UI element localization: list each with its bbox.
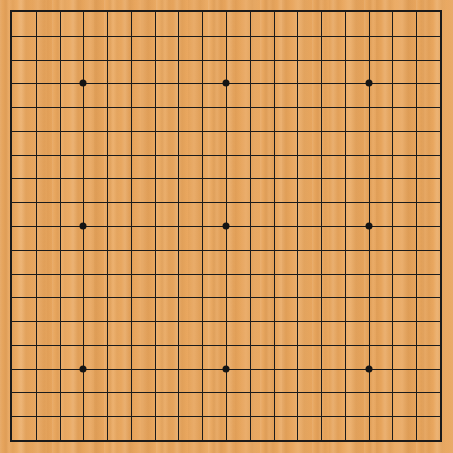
board-cell[interactable] [36, 131, 60, 155]
board-cell[interactable] [131, 131, 155, 155]
board-cell[interactable] [178, 83, 202, 107]
board-cell[interactable] [107, 202, 131, 226]
board-cell[interactable] [321, 416, 345, 440]
board-cell[interactable] [36, 36, 60, 60]
board-cell[interactable] [297, 369, 321, 393]
board-cell[interactable] [345, 155, 369, 179]
board-cell[interactable] [226, 369, 250, 393]
board-cell[interactable] [297, 60, 321, 84]
board-cell[interactable] [107, 178, 131, 202]
board-cell[interactable] [202, 60, 226, 84]
board-cell[interactable] [178, 60, 202, 84]
board-cell[interactable] [392, 60, 416, 84]
board-cell[interactable] [321, 12, 345, 36]
board-cell[interactable] [392, 226, 416, 250]
board-cell[interactable] [12, 392, 36, 416]
board-cell[interactable] [202, 202, 226, 226]
board-cell[interactable] [36, 202, 60, 226]
board-cell[interactable] [321, 107, 345, 131]
board-cell[interactable] [274, 274, 298, 298]
board-cell[interactable] [392, 178, 416, 202]
board-cell[interactable] [83, 274, 107, 298]
board-cell[interactable] [226, 297, 250, 321]
board-cell[interactable] [202, 83, 226, 107]
board-cell[interactable] [131, 36, 155, 60]
board-cell[interactable] [250, 345, 274, 369]
board-cell[interactable] [416, 274, 440, 298]
board-cell[interactable] [155, 60, 179, 84]
board-cell[interactable] [416, 345, 440, 369]
board-cell[interactable] [107, 250, 131, 274]
board-cell[interactable] [369, 202, 393, 226]
board-cell[interactable] [36, 107, 60, 131]
board-cell[interactable] [369, 83, 393, 107]
board-cell[interactable] [416, 60, 440, 84]
board-cell[interactable] [297, 12, 321, 36]
board-cell[interactable] [131, 369, 155, 393]
board-cell[interactable] [321, 202, 345, 226]
board-cell[interactable] [155, 226, 179, 250]
board-cell[interactable] [416, 178, 440, 202]
board-cell[interactable] [60, 83, 84, 107]
board-cell[interactable] [202, 155, 226, 179]
board-cell[interactable] [36, 60, 60, 84]
board-cell[interactable] [83, 131, 107, 155]
board-cell[interactable] [416, 155, 440, 179]
board-cell[interactable] [83, 12, 107, 36]
board-cell[interactable] [131, 226, 155, 250]
board-cell[interactable] [178, 36, 202, 60]
go-board[interactable] [0, 0, 453, 453]
board-cell[interactable] [202, 345, 226, 369]
board-cell[interactable] [83, 107, 107, 131]
board-cell[interactable] [297, 226, 321, 250]
board-cell[interactable] [297, 155, 321, 179]
board-cell[interactable] [12, 345, 36, 369]
board-cell[interactable] [297, 36, 321, 60]
board-cell[interactable] [12, 416, 36, 440]
board-cell[interactable] [321, 250, 345, 274]
board-cell[interactable] [416, 107, 440, 131]
board-cell[interactable] [369, 369, 393, 393]
board-cell[interactable] [155, 321, 179, 345]
board-cell[interactable] [250, 321, 274, 345]
board-cell[interactable] [345, 321, 369, 345]
board-cell[interactable] [131, 416, 155, 440]
board-cell[interactable] [60, 12, 84, 36]
board-cell[interactable] [369, 345, 393, 369]
board-cell[interactable] [12, 155, 36, 179]
board-cell[interactable] [131, 60, 155, 84]
board-cell[interactable] [345, 369, 369, 393]
board-cell[interactable] [321, 321, 345, 345]
board-cell[interactable] [274, 178, 298, 202]
board-cell[interactable] [274, 392, 298, 416]
board-cell[interactable] [274, 36, 298, 60]
board-cell[interactable] [369, 155, 393, 179]
board-cell[interactable] [107, 369, 131, 393]
board-cell[interactable] [155, 36, 179, 60]
board-cell[interactable] [83, 155, 107, 179]
board-cell[interactable] [155, 155, 179, 179]
board-cell[interactable] [60, 107, 84, 131]
board-cell[interactable] [155, 83, 179, 107]
board-cell[interactable] [392, 107, 416, 131]
board-cell[interactable] [250, 202, 274, 226]
board-cell[interactable] [36, 321, 60, 345]
board-cell[interactable] [178, 274, 202, 298]
board-cell[interactable] [12, 83, 36, 107]
board-cell[interactable] [12, 131, 36, 155]
board-cell[interactable] [155, 274, 179, 298]
board-cell[interactable] [178, 155, 202, 179]
board-cell[interactable] [155, 297, 179, 321]
board-cell[interactable] [83, 369, 107, 393]
board-cell[interactable] [321, 274, 345, 298]
board-cell[interactable] [369, 392, 393, 416]
board-cell[interactable] [226, 392, 250, 416]
board-cell[interactable] [250, 36, 274, 60]
board-cell[interactable] [297, 131, 321, 155]
board-cell[interactable] [83, 392, 107, 416]
board-cell[interactable] [107, 155, 131, 179]
board-cell[interactable] [83, 36, 107, 60]
board-cell[interactable] [178, 202, 202, 226]
board-cell[interactable] [155, 416, 179, 440]
board-cell[interactable] [226, 250, 250, 274]
board-cell[interactable] [36, 416, 60, 440]
board-cell[interactable] [250, 107, 274, 131]
board-cell[interactable] [297, 345, 321, 369]
board-cell[interactable] [392, 36, 416, 60]
board-cell[interactable] [297, 83, 321, 107]
board-cell[interactable] [155, 107, 179, 131]
board-cell[interactable] [345, 202, 369, 226]
board-cell[interactable] [107, 392, 131, 416]
board-cell[interactable] [321, 155, 345, 179]
board-cell[interactable] [416, 250, 440, 274]
board-cell[interactable] [274, 297, 298, 321]
board-cell[interactable] [155, 369, 179, 393]
board-cell[interactable] [107, 321, 131, 345]
board-cell[interactable] [107, 226, 131, 250]
board-cell[interactable] [274, 12, 298, 36]
board-cell[interactable] [369, 226, 393, 250]
board-cell[interactable] [226, 321, 250, 345]
board-cell[interactable] [83, 297, 107, 321]
board-cell[interactable] [60, 155, 84, 179]
board-cell[interactable] [202, 131, 226, 155]
board-cell[interactable] [83, 226, 107, 250]
board-cell[interactable] [250, 131, 274, 155]
board-cell[interactable] [392, 250, 416, 274]
board-cell[interactable] [226, 83, 250, 107]
board-cell[interactable] [250, 369, 274, 393]
board-cell[interactable] [155, 178, 179, 202]
board-cell[interactable] [297, 321, 321, 345]
board-cell[interactable] [274, 155, 298, 179]
board-cell[interactable] [226, 226, 250, 250]
board-cell[interactable] [369, 107, 393, 131]
board-cell[interactable] [226, 107, 250, 131]
board-cell[interactable] [202, 416, 226, 440]
board-cell[interactable] [416, 131, 440, 155]
board-cell[interactable] [226, 416, 250, 440]
board-cell[interactable] [416, 416, 440, 440]
board-cell[interactable] [250, 60, 274, 84]
board-cell[interactable] [274, 107, 298, 131]
board-cell[interactable] [60, 274, 84, 298]
board-cell[interactable] [202, 392, 226, 416]
board-cell[interactable] [83, 202, 107, 226]
board-cell[interactable] [131, 83, 155, 107]
board-cell[interactable] [416, 83, 440, 107]
board-cell[interactable] [83, 178, 107, 202]
board-cell[interactable] [36, 297, 60, 321]
board-cell[interactable] [297, 107, 321, 131]
board-cell[interactable] [392, 416, 416, 440]
board-cell[interactable] [345, 345, 369, 369]
board-cell[interactable] [12, 321, 36, 345]
board-cell[interactable] [297, 178, 321, 202]
board-cell[interactable] [392, 83, 416, 107]
board-cell[interactable] [131, 274, 155, 298]
board-cell[interactable] [12, 107, 36, 131]
board-cell[interactable] [12, 36, 36, 60]
board-grid[interactable] [10, 10, 442, 442]
board-cell[interactable] [202, 36, 226, 60]
board-cell[interactable] [416, 202, 440, 226]
board-cell[interactable] [250, 178, 274, 202]
board-cell[interactable] [274, 83, 298, 107]
board-cell[interactable] [202, 369, 226, 393]
board-cell[interactable] [178, 321, 202, 345]
board-cell[interactable] [107, 83, 131, 107]
board-cell[interactable] [369, 321, 393, 345]
board-cell[interactable] [369, 12, 393, 36]
board-cell[interactable] [131, 392, 155, 416]
board-cell[interactable] [345, 392, 369, 416]
board-cell[interactable] [131, 345, 155, 369]
board-cell[interactable] [250, 12, 274, 36]
board-cell[interactable] [321, 83, 345, 107]
board-cell[interactable] [36, 155, 60, 179]
board-cell[interactable] [226, 274, 250, 298]
board-cell[interactable] [131, 178, 155, 202]
board-cell[interactable] [345, 83, 369, 107]
board-cell[interactable] [369, 250, 393, 274]
board-cell[interactable] [226, 202, 250, 226]
board-cell[interactable] [60, 297, 84, 321]
board-cell[interactable] [345, 250, 369, 274]
board-cell[interactable] [226, 155, 250, 179]
board-cell[interactable] [12, 274, 36, 298]
board-cell[interactable] [274, 226, 298, 250]
board-cell[interactable] [345, 131, 369, 155]
board-cell[interactable] [297, 392, 321, 416]
board-cell[interactable] [345, 36, 369, 60]
board-cell[interactable] [369, 178, 393, 202]
board-cell[interactable] [60, 416, 84, 440]
board-cell[interactable] [274, 131, 298, 155]
board-cell[interactable] [36, 392, 60, 416]
board-cell[interactable] [12, 60, 36, 84]
board-cell[interactable] [202, 107, 226, 131]
board-cell[interactable] [250, 274, 274, 298]
board-cell[interactable] [107, 131, 131, 155]
board-cell[interactable] [36, 226, 60, 250]
board-cell[interactable] [392, 321, 416, 345]
board-cell[interactable] [60, 202, 84, 226]
board-cell[interactable] [12, 178, 36, 202]
board-cell[interactable] [345, 226, 369, 250]
board-cell[interactable] [83, 321, 107, 345]
board-cell[interactable] [345, 297, 369, 321]
board-cell[interactable] [131, 107, 155, 131]
board-cell[interactable] [274, 60, 298, 84]
board-cell[interactable] [12, 226, 36, 250]
board-cell[interactable] [107, 36, 131, 60]
board-cell[interactable] [155, 202, 179, 226]
board-cell[interactable] [36, 250, 60, 274]
board-cell[interactable] [392, 297, 416, 321]
board-cell[interactable] [60, 345, 84, 369]
board-cell[interactable] [131, 250, 155, 274]
board-cell[interactable] [36, 83, 60, 107]
board-cell[interactable] [250, 83, 274, 107]
board-cell[interactable] [392, 131, 416, 155]
board-cell[interactable] [107, 12, 131, 36]
board-cell[interactable] [250, 392, 274, 416]
board-cell[interactable] [83, 250, 107, 274]
board-cell[interactable] [321, 36, 345, 60]
board-cell[interactable] [60, 369, 84, 393]
board-cell[interactable] [155, 345, 179, 369]
board-cell[interactable] [297, 416, 321, 440]
board-cell[interactable] [178, 369, 202, 393]
board-cell[interactable] [131, 321, 155, 345]
board-cell[interactable] [155, 392, 179, 416]
board-cell[interactable] [250, 250, 274, 274]
board-cell[interactable] [416, 392, 440, 416]
board-cell[interactable] [178, 416, 202, 440]
board-cell[interactable] [83, 83, 107, 107]
board-cell[interactable] [107, 297, 131, 321]
board-cell[interactable] [274, 202, 298, 226]
board-cell[interactable] [178, 392, 202, 416]
board-cell[interactable] [178, 107, 202, 131]
board-cell[interactable] [392, 274, 416, 298]
board-cell[interactable] [12, 12, 36, 36]
board-cell[interactable] [345, 12, 369, 36]
board-cell[interactable] [274, 321, 298, 345]
board-cell[interactable] [392, 155, 416, 179]
board-cell[interactable] [274, 345, 298, 369]
board-cell[interactable] [297, 250, 321, 274]
board-cell[interactable] [369, 131, 393, 155]
board-cell[interactable] [155, 131, 179, 155]
board-cell[interactable] [178, 297, 202, 321]
board-cell[interactable] [107, 107, 131, 131]
board-cell[interactable] [416, 297, 440, 321]
board-cell[interactable] [416, 36, 440, 60]
board-cell[interactable] [297, 274, 321, 298]
board-cell[interactable] [178, 12, 202, 36]
board-cell[interactable] [36, 12, 60, 36]
board-cell[interactable] [131, 297, 155, 321]
board-cell[interactable] [60, 36, 84, 60]
board-cell[interactable] [107, 345, 131, 369]
board-cell[interactable] [369, 274, 393, 298]
board-cell[interactable] [321, 369, 345, 393]
board-cell[interactable] [226, 12, 250, 36]
board-cell[interactable] [369, 60, 393, 84]
board-cell[interactable] [250, 155, 274, 179]
board-cell[interactable] [202, 297, 226, 321]
board-cell[interactable] [60, 321, 84, 345]
board-cell[interactable] [416, 369, 440, 393]
board-cell[interactable] [321, 345, 345, 369]
board-cell[interactable] [369, 36, 393, 60]
board-cell[interactable] [369, 297, 393, 321]
board-cell[interactable] [202, 250, 226, 274]
board-cell[interactable] [274, 250, 298, 274]
board-cell[interactable] [178, 226, 202, 250]
board-cell[interactable] [392, 345, 416, 369]
board-cell[interactable] [202, 12, 226, 36]
board-cell[interactable] [321, 392, 345, 416]
board-cell[interactable] [202, 226, 226, 250]
board-cell[interactable] [345, 416, 369, 440]
board-cell[interactable] [274, 369, 298, 393]
board-cell[interactable] [12, 250, 36, 274]
board-cell[interactable] [392, 202, 416, 226]
board-cell[interactable] [202, 321, 226, 345]
board-cell[interactable] [345, 178, 369, 202]
board-cell[interactable] [321, 226, 345, 250]
board-cell[interactable] [131, 155, 155, 179]
board-cell[interactable] [12, 297, 36, 321]
board-cell[interactable] [226, 131, 250, 155]
board-cell[interactable] [250, 416, 274, 440]
board-cell[interactable] [60, 60, 84, 84]
board-cell[interactable] [60, 131, 84, 155]
board-cell[interactable] [392, 369, 416, 393]
board-cell[interactable] [131, 202, 155, 226]
board-cell[interactable] [416, 321, 440, 345]
board-cell[interactable] [392, 12, 416, 36]
board-cell[interactable] [60, 178, 84, 202]
board-cell[interactable] [60, 250, 84, 274]
board-cell[interactable] [12, 369, 36, 393]
board-cell[interactable] [345, 107, 369, 131]
board-cell[interactable] [250, 297, 274, 321]
board-cell[interactable] [202, 178, 226, 202]
board-cell[interactable] [226, 60, 250, 84]
board-cell[interactable] [131, 12, 155, 36]
board-cell[interactable] [297, 297, 321, 321]
board-cell[interactable] [226, 178, 250, 202]
board-cell[interactable] [83, 345, 107, 369]
board-cell[interactable] [178, 178, 202, 202]
board-cell[interactable] [321, 131, 345, 155]
board-cell[interactable] [274, 416, 298, 440]
board-cell[interactable] [155, 12, 179, 36]
board-cell[interactable] [392, 392, 416, 416]
board-cell[interactable] [83, 416, 107, 440]
board-cell[interactable] [60, 392, 84, 416]
board-cell[interactable] [250, 226, 274, 250]
